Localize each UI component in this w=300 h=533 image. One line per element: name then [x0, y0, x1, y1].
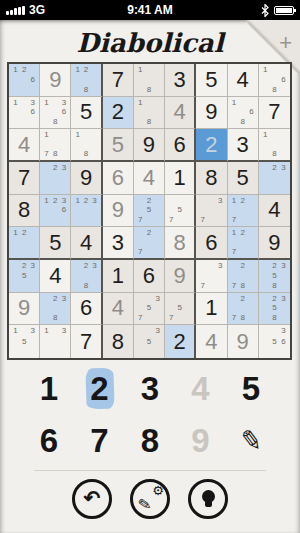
hint-button[interactable] [188, 479, 228, 519]
pencil-marks: 127 [230, 228, 256, 257]
cell-r2c8[interactable]: 168 [228, 97, 259, 130]
entered-digit: 9 [112, 199, 124, 221]
cell-r2c4[interactable]: 2 [103, 97, 134, 130]
cell-r1c9[interactable]: 168 [259, 64, 290, 97]
numpad-key-label: 6 [40, 422, 58, 460]
pencil-marks: 356 [261, 326, 288, 357]
cell-r2c5[interactable]: 18 [134, 97, 165, 130]
given-digit: 1 [205, 297, 217, 319]
pencil-marks: 278 [230, 261, 256, 291]
given-digit: 4 [80, 232, 92, 254]
given-digit: 6 [205, 232, 217, 254]
pencil-marks: 2358 [261, 261, 288, 291]
cell-r2c6[interactable]: 4 [165, 97, 196, 130]
sudoku-board: 1269128718354168136136852184916874178185… [7, 62, 292, 360]
pencil-gear-icon: ✎ ⚙ [133, 482, 167, 516]
undo-icon: ↶ [84, 488, 101, 508]
given-digit: 7 [268, 101, 280, 123]
numpad-key-7[interactable]: 7 [78, 418, 122, 464]
cell-r8c8[interactable]: 278 [228, 293, 259, 326]
cell-r9c4[interactable]: 8 [103, 325, 134, 358]
pencil-marks: 57 [167, 196, 192, 226]
cell-r7c5[interactable]: 6 [134, 260, 165, 293]
cell-r3c2[interactable]: 178 [40, 129, 71, 162]
numpad-key-8[interactable]: 8 [128, 418, 172, 464]
given-digit: 5 [205, 69, 217, 91]
cell-r5c3[interactable]: 123 [71, 195, 102, 228]
bluetooth-icon [261, 4, 269, 17]
cell-r8c9[interactable]: 2358 [259, 293, 290, 326]
pencil-marks: 2358 [261, 294, 288, 324]
given-digit: 8 [205, 167, 217, 189]
pencil-marks: 37 [198, 196, 224, 226]
numpad-key-label: 9 [191, 422, 209, 460]
cell-r7c8[interactable]: 278 [228, 260, 259, 293]
given-digit: 5 [237, 167, 249, 189]
given-digit: 2 [112, 101, 124, 123]
pencil-icon: ✎ [238, 424, 265, 459]
battery-icon [274, 6, 294, 15]
numpad-key-label: 1 [40, 370, 58, 408]
given-digit: 9 [80, 167, 92, 189]
numpad-key-label: 5 [242, 370, 260, 408]
given-digit: 4 [237, 69, 249, 91]
given-digit: 1 [112, 265, 124, 287]
cell-r6c2[interactable]: 5 [40, 227, 71, 260]
cell-r1c5[interactable]: 18 [134, 64, 165, 97]
cell-r6c9[interactable]: 9 [259, 227, 290, 260]
status-bar: 3G 9:41 AM [0, 0, 300, 20]
given-digit: 6 [143, 265, 155, 287]
cell-r8c1[interactable]: 9 [9, 293, 40, 326]
cell-r9c5[interactable]: 35 [134, 325, 165, 358]
numpad-key-label: 3 [141, 370, 159, 408]
numpad-key-1[interactable]: 1 [27, 366, 71, 412]
numpad-key-9[interactable]: 9 [179, 418, 223, 464]
cell-r5c1[interactable]: 8 [9, 195, 40, 228]
signal-strength-icon [6, 5, 25, 16]
numpad-row-2: 6789✎ [27, 418, 273, 464]
pencil-marks: 123 [73, 196, 98, 226]
cell-r3c5[interactable]: 9 [134, 129, 165, 162]
cell-r1c1[interactable]: 126 [9, 64, 40, 97]
cell-r5c4[interactable]: 9 [103, 195, 134, 228]
cell-r4c8[interactable]: 5 [228, 162, 259, 195]
cell-r3c6[interactable]: 6 [165, 129, 196, 162]
cell-r6c8[interactable]: 127 [228, 227, 259, 260]
pencil-marks: 1368 [42, 98, 68, 128]
carrier-label: 3G [29, 3, 45, 17]
cell-r1c6[interactable]: 3 [165, 64, 196, 97]
cell-r2c7[interactable]: 9 [196, 97, 227, 130]
pencil-marks: 18 [136, 65, 162, 95]
given-digit: 6 [80, 297, 92, 319]
cell-r6c3[interactable]: 4 [71, 227, 102, 260]
cell-r6c4[interactable]: 3 [103, 227, 134, 260]
given-digit: 9 [205, 101, 217, 123]
given-digit: 7 [80, 331, 92, 353]
cell-r2c3[interactable]: 5 [71, 97, 102, 130]
cell-r8c3[interactable]: 6 [71, 293, 102, 326]
numpad-key-4[interactable]: 4 [179, 366, 223, 412]
cell-r2c1[interactable]: 136 [9, 97, 40, 130]
pencil-marks: 357 [136, 294, 162, 324]
pencil-marks: 278 [230, 294, 256, 324]
numpad-key-6[interactable]: 6 [27, 418, 71, 464]
pencil-marks: 18 [261, 130, 288, 159]
cell-r4c5[interactable]: 4 [134, 162, 165, 195]
cell-r8c7[interactable]: 1 [196, 293, 227, 326]
entered-digit: 4 [143, 167, 155, 189]
pencil-marks: 27 [136, 228, 162, 257]
cell-r1c2[interactable]: 9 [40, 64, 71, 97]
pencil-marks: 23 [42, 163, 68, 193]
pencil-marks: 57 [167, 294, 192, 324]
lightbulb-icon [202, 490, 215, 507]
numpad-key-label: 4 [191, 370, 209, 408]
entered-digit: 9 [18, 297, 30, 319]
pencil-marks: 35 [136, 326, 162, 357]
entered-digit: 4 [205, 331, 217, 353]
pencil-marks: 136 [11, 98, 37, 128]
cell-r8c4[interactable]: 4 [103, 293, 134, 326]
given-digit: 8 [112, 331, 124, 353]
cell-r7c7[interactable]: 37 [196, 260, 227, 293]
cell-r7c4[interactable]: 1 [103, 260, 134, 293]
cell-r8c6[interactable]: 57 [165, 293, 196, 326]
given-digit: 2 [174, 331, 186, 353]
cell-r7c9[interactable]: 2358 [259, 260, 290, 293]
cell-r1c7[interactable]: 5 [196, 64, 227, 97]
cell-r6c1[interactable]: 12 [9, 227, 40, 260]
pencil-marks: 128 [73, 65, 98, 95]
cell-r5c9[interactable]: 4 [259, 195, 290, 228]
pencil-marks: 178 [42, 130, 68, 159]
cell-r6c7[interactable]: 6 [196, 227, 227, 260]
cell-r4c1[interactable]: 7 [9, 162, 40, 195]
pencil-marks: 37 [198, 261, 224, 291]
given-digit: 5 [49, 232, 61, 254]
pencil-marks: 13 [42, 326, 68, 357]
cell-r4c2[interactable]: 23 [40, 162, 71, 195]
entered-digit: 9 [237, 331, 249, 353]
numpad-key-label: 2 [90, 370, 108, 408]
pencil-marks: 238 [73, 261, 98, 291]
pencil-marks: 1236 [42, 196, 68, 226]
pencil-marks: 127 [230, 196, 256, 226]
app-screen: 3G 9:41 AM + Diabolical 1269128718354168… [0, 0, 300, 533]
difficulty-title: Diabolical [0, 28, 300, 58]
pencil-marks: 18 [73, 130, 98, 159]
given-digit: 4 [268, 199, 280, 221]
given-digit: 4 [49, 265, 61, 287]
given-digit: 3 [237, 134, 249, 156]
cell-r9c1[interactable]: 135 [9, 325, 40, 358]
cell-r6c5[interactable]: 27 [134, 227, 165, 260]
given-digit: 5 [80, 101, 92, 123]
pencil-mode-button[interactable]: ✎ [229, 418, 273, 464]
undo-button[interactable]: ↶ [72, 479, 112, 519]
pencil-tools-button[interactable]: ✎ ⚙ [130, 479, 170, 519]
cell-r6c6[interactable]: 8 [165, 227, 196, 260]
given-digit: 3 [112, 232, 124, 254]
pencil-marks: 257 [136, 196, 162, 226]
numpad-key-label: 8 [141, 422, 159, 460]
pencil-marks: 135 [11, 326, 37, 357]
cell-r3c7[interactable]: 2 [196, 129, 227, 162]
toolbar-divider [34, 470, 266, 471]
cell-r5c6[interactable]: 57 [165, 195, 196, 228]
cell-r1c8[interactable]: 4 [228, 64, 259, 97]
cell-r4c3[interactable]: 9 [71, 162, 102, 195]
cell-r7c2[interactable]: 4 [40, 260, 71, 293]
pencil-marks: 126 [11, 65, 37, 95]
entered-digit: 5 [112, 134, 124, 156]
cell-r9c9[interactable]: 356 [259, 325, 290, 358]
cell-r7c6[interactable]: 9 [165, 260, 196, 293]
cell-r3c3[interactable]: 18 [71, 129, 102, 162]
pencil-marks: 12 [11, 228, 37, 257]
cell-r2c2[interactable]: 1368 [40, 97, 71, 130]
cell-r3c8[interactable]: 3 [228, 129, 259, 162]
given-digit: 8 [18, 199, 30, 221]
numpad-key-5[interactable]: 5 [229, 366, 273, 412]
pencil-marks: 168 [230, 98, 256, 128]
given-digit: 9 [143, 134, 155, 156]
cell-r1c3[interactable]: 128 [71, 64, 102, 97]
cell-r7c1[interactable]: 235 [9, 260, 40, 293]
numpad-key-3[interactable]: 3 [128, 366, 172, 412]
cell-r3c1[interactable]: 4 [9, 129, 40, 162]
cell-r9c7[interactable]: 4 [196, 325, 227, 358]
given-digit: 1 [174, 167, 186, 189]
cell-r4c4[interactable]: 6 [103, 162, 134, 195]
given-digit: 6 [174, 134, 186, 156]
cell-r8c2[interactable]: 238 [40, 293, 71, 326]
entered-digit: 4 [112, 297, 124, 319]
cell-r4c7[interactable]: 8 [196, 162, 227, 195]
cell-r7c3[interactable]: 238 [71, 260, 102, 293]
puzzle-page: + Diabolical 126912871835416813613685218… [0, 20, 300, 533]
given-digit: 3 [174, 69, 186, 91]
numpad-key-label: 7 [90, 422, 108, 460]
cell-r4c6[interactable]: 1 [165, 162, 196, 195]
cell-r5c7[interactable]: 37 [196, 195, 227, 228]
entered-digit: 9 [174, 265, 186, 287]
pencil-marks: 168 [261, 65, 288, 95]
entered-digit: 6 [112, 167, 124, 189]
cell-r8c5[interactable]: 357 [134, 293, 165, 326]
entered-digit: 4 [174, 101, 186, 123]
cell-r3c9[interactable]: 18 [259, 129, 290, 162]
entered-digit: 8 [174, 232, 186, 254]
cell-r2c9[interactable]: 7 [259, 97, 290, 130]
toolbar: ↶ ✎ ⚙ [72, 479, 228, 519]
cell-r9c3[interactable]: 7 [71, 325, 102, 358]
numpad-row-1: 12345 [27, 366, 273, 412]
pencil-marks: 238 [42, 294, 68, 324]
cell-r5c8[interactable]: 127 [228, 195, 259, 228]
entered-digit: 2 [205, 134, 217, 156]
cell-r5c5[interactable]: 257 [134, 195, 165, 228]
given-digit: 9 [268, 232, 280, 254]
cell-r5c2[interactable]: 1236 [40, 195, 71, 228]
given-digit: 7 [112, 69, 124, 91]
entered-digit: 4 [18, 134, 30, 156]
cell-r4c9[interactable]: 23 [259, 162, 290, 195]
entered-digit: 9 [49, 69, 61, 91]
cell-r3c4[interactable]: 5 [103, 129, 134, 162]
pencil-marks: 18 [136, 98, 162, 128]
cell-r9c8[interactable]: 9 [228, 325, 259, 358]
cell-r9c2[interactable]: 13 [40, 325, 71, 358]
pencil-marks: 235 [11, 261, 37, 291]
cell-r1c4[interactable]: 7 [103, 64, 134, 97]
cell-r9c6[interactable]: 2 [165, 325, 196, 358]
pencil-marks: 23 [261, 163, 288, 193]
given-digit: 7 [18, 167, 30, 189]
numpad-key-2[interactable]: 2 [78, 366, 122, 412]
